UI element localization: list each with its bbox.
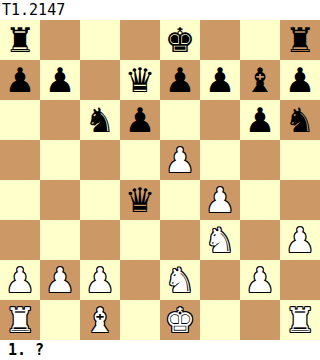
piece-white-pawn: ♟ [165, 140, 195, 180]
square-a6[interactable] [0, 100, 40, 140]
square-c5[interactable] [80, 140, 120, 180]
square-a5[interactable] [0, 140, 40, 180]
square-f7[interactable]: ♟ [200, 60, 240, 100]
square-b4[interactable] [40, 180, 80, 220]
square-e3[interactable] [160, 220, 200, 260]
square-f1[interactable] [200, 300, 240, 340]
square-c3[interactable] [80, 220, 120, 260]
square-e6[interactable] [160, 100, 200, 140]
square-f6[interactable] [200, 100, 240, 140]
square-c6[interactable]: ♞ [80, 100, 120, 140]
piece-white-king: ♚ [165, 300, 195, 340]
piece-white-rook: ♜ [5, 300, 35, 340]
square-d6[interactable]: ♟ [120, 100, 160, 140]
square-a3[interactable] [0, 220, 40, 260]
square-h7[interactable]: ♟ [280, 60, 320, 100]
square-g2[interactable]: ♟ [240, 260, 280, 300]
square-a4[interactable] [0, 180, 40, 220]
piece-white-rook: ♜ [285, 300, 315, 340]
square-e8[interactable]: ♚ [160, 20, 200, 60]
square-b1[interactable] [40, 300, 80, 340]
piece-black-pawn: ♟ [165, 60, 195, 100]
square-b3[interactable] [40, 220, 80, 260]
square-f3[interactable]: ♞ [200, 220, 240, 260]
move-prompt-bar: 1. ? [0, 340, 320, 360]
square-c7[interactable] [80, 60, 120, 100]
square-d7[interactable]: ♛ [120, 60, 160, 100]
piece-white-pawn: ♟ [45, 260, 75, 300]
piece-white-pawn: ♟ [85, 260, 115, 300]
piece-white-pawn: ♟ [245, 260, 275, 300]
piece-black-pawn: ♟ [285, 60, 315, 100]
square-c1[interactable]: ♝ [80, 300, 120, 340]
square-d5[interactable] [120, 140, 160, 180]
square-g6[interactable]: ♟ [240, 100, 280, 140]
square-d8[interactable] [120, 20, 160, 60]
square-g8[interactable] [240, 20, 280, 60]
piece-white-pawn: ♟ [285, 220, 315, 260]
piece-black-rook: ♜ [5, 20, 35, 60]
piece-black-queen: ♛ [125, 180, 155, 220]
piece-white-pawn: ♟ [5, 260, 35, 300]
piece-black-bishop: ♝ [245, 60, 275, 100]
square-a7[interactable]: ♟ [0, 60, 40, 100]
piece-black-pawn: ♟ [5, 60, 35, 100]
square-a1[interactable]: ♜ [0, 300, 40, 340]
square-g1[interactable] [240, 300, 280, 340]
square-h5[interactable] [280, 140, 320, 180]
piece-black-pawn: ♟ [205, 60, 235, 100]
square-e5[interactable]: ♟ [160, 140, 200, 180]
square-f4[interactable]: ♟ [200, 180, 240, 220]
square-h1[interactable]: ♜ [280, 300, 320, 340]
piece-black-queen: ♛ [125, 60, 155, 100]
piece-white-bishop: ♝ [85, 300, 115, 340]
square-c4[interactable] [80, 180, 120, 220]
square-a8[interactable]: ♜ [0, 20, 40, 60]
piece-black-king: ♚ [165, 20, 195, 60]
square-d1[interactable] [120, 300, 160, 340]
square-f2[interactable] [200, 260, 240, 300]
square-d3[interactable] [120, 220, 160, 260]
square-g5[interactable] [240, 140, 280, 180]
chess-puzzle-app: T1.2147 ♜♚♜♟♟♛♟♟♝♟♞♟♟♞♟♛♟♞♟♟♟♟♞♟♜♝♚♜ 1. … [0, 0, 320, 360]
square-e7[interactable]: ♟ [160, 60, 200, 100]
square-c8[interactable] [80, 20, 120, 60]
square-c2[interactable]: ♟ [80, 260, 120, 300]
square-h8[interactable]: ♜ [280, 20, 320, 60]
piece-black-pawn: ♟ [245, 100, 275, 140]
piece-white-knight: ♞ [165, 260, 195, 300]
piece-black-rook: ♜ [285, 20, 315, 60]
square-b6[interactable] [40, 100, 80, 140]
square-h6[interactable]: ♞ [280, 100, 320, 140]
square-f8[interactable] [200, 20, 240, 60]
piece-white-pawn: ♟ [205, 180, 235, 220]
square-b7[interactable]: ♟ [40, 60, 80, 100]
piece-black-knight: ♞ [285, 100, 315, 140]
square-g3[interactable] [240, 220, 280, 260]
square-b2[interactable]: ♟ [40, 260, 80, 300]
piece-black-pawn: ♟ [125, 100, 155, 140]
square-d4[interactable]: ♛ [120, 180, 160, 220]
move-prompt: 1. ? [8, 341, 44, 359]
square-a2[interactable]: ♟ [0, 260, 40, 300]
square-e1[interactable]: ♚ [160, 300, 200, 340]
square-e4[interactable] [160, 180, 200, 220]
piece-black-pawn: ♟ [45, 60, 75, 100]
square-g4[interactable] [240, 180, 280, 220]
piece-black-knight: ♞ [85, 100, 115, 140]
square-h3[interactable]: ♟ [280, 220, 320, 260]
square-d2[interactable] [120, 260, 160, 300]
square-b8[interactable] [40, 20, 80, 60]
square-b5[interactable] [40, 140, 80, 180]
square-h2[interactable] [280, 260, 320, 300]
puzzle-header: T1.2147 [0, 0, 320, 20]
piece-white-knight: ♞ [205, 220, 235, 260]
puzzle-id: T1.2147 [2, 1, 65, 19]
square-e2[interactable]: ♞ [160, 260, 200, 300]
square-f5[interactable] [200, 140, 240, 180]
chess-board: ♜♚♜♟♟♛♟♟♝♟♞♟♟♞♟♛♟♞♟♟♟♟♞♟♜♝♚♜ [0, 20, 320, 340]
square-g7[interactable]: ♝ [240, 60, 280, 100]
square-h4[interactable] [280, 180, 320, 220]
